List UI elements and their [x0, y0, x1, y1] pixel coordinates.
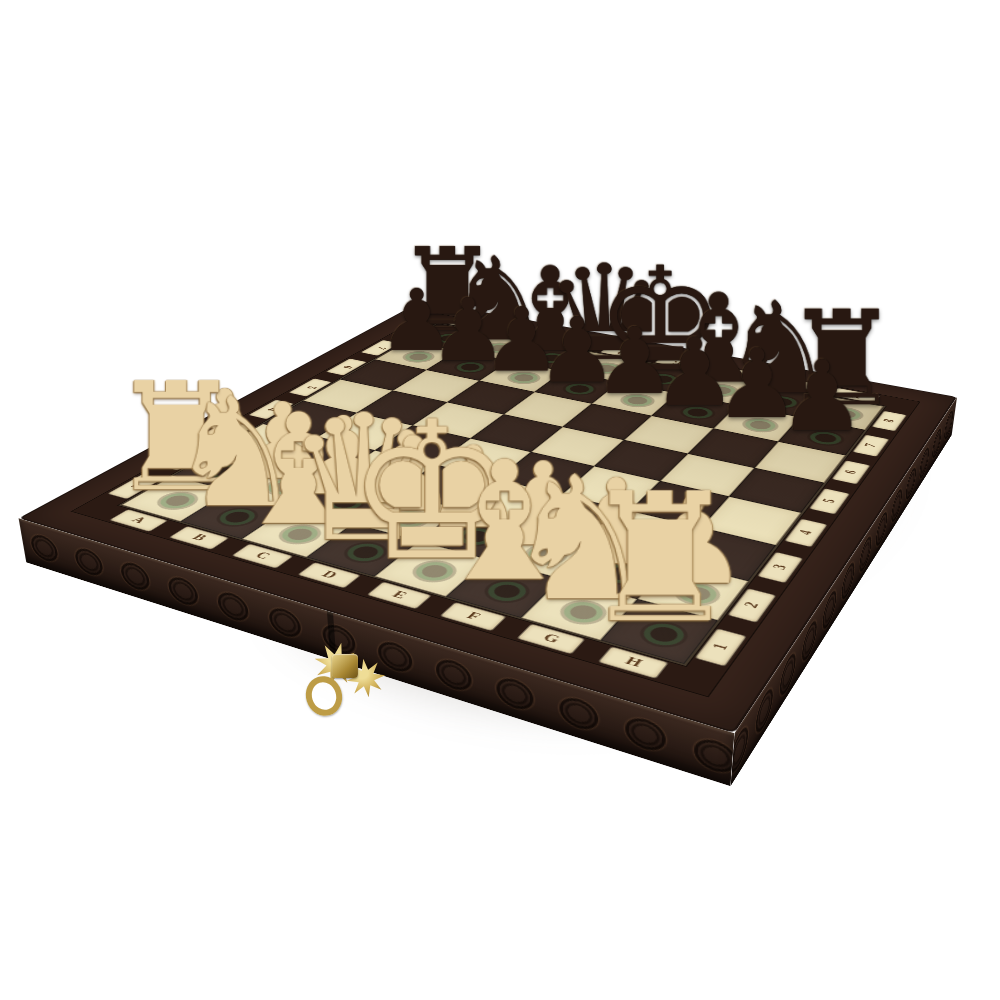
- rank-label-5-right: 5: [809, 488, 851, 514]
- rank-label-1-right: 1: [694, 628, 747, 667]
- file-label-g-near: G: [516, 623, 586, 654]
- file-label-f-near: F: [439, 602, 507, 632]
- rank-label-4-right: 4: [784, 519, 828, 548]
- product-photo: AABBCCDDEEFFGGHH1122334455667788 ♜♞♝♛♚♝♞…: [0, 0, 1000, 1000]
- rank-label-3-right: 3: [757, 552, 804, 584]
- file-label-e-near: E: [366, 581, 432, 609]
- chess-board: AABBCCDDEEFFGGHH1122334455667788 ♜♞♝♛♚♝♞…: [19, 301, 957, 733]
- rook-glyph: ♜: [580, 470, 740, 648]
- file-label-b-near: B: [168, 526, 229, 550]
- file-label-h-near: H: [597, 646, 669, 679]
- file-label-a-near: A: [109, 509, 169, 532]
- scene: AABBCCDDEEFFGGHH1122334455667788 ♜♞♝♛♚♝♞…: [0, 0, 1000, 1000]
- rank-label-6-right: 6: [831, 460, 870, 484]
